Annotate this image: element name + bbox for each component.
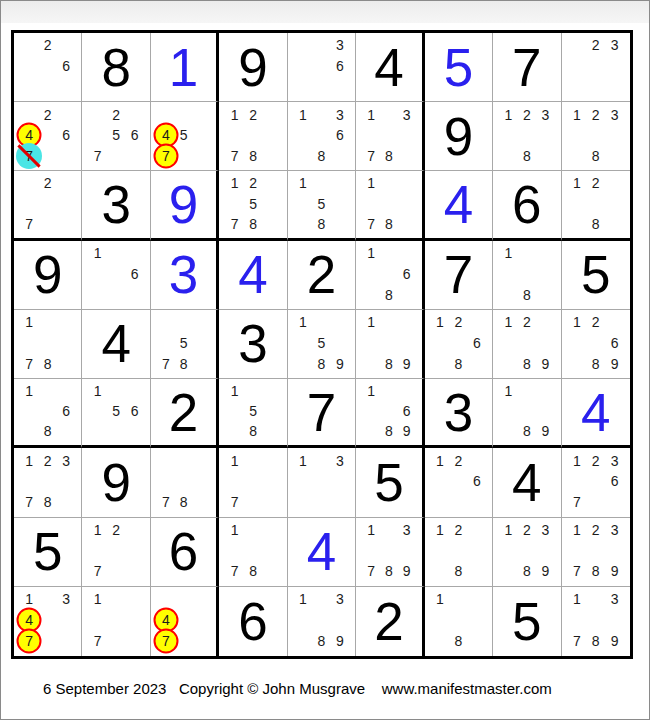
candidate-slot-empty xyxy=(294,353,312,374)
candidate-8: 8 xyxy=(586,146,605,167)
cell-r9c2[interactable]: 17 xyxy=(82,587,150,656)
cell-r4c9[interactable]: 5 xyxy=(562,241,630,310)
given-digit: 8 xyxy=(101,41,130,94)
candidate-slot-empty xyxy=(605,540,624,561)
cell-r3c3[interactable]: 9 xyxy=(151,171,219,240)
candidate-slot-empty xyxy=(568,353,587,374)
given-digit: 5 xyxy=(512,595,541,648)
candidate-slot-empty xyxy=(107,540,125,561)
solved-digit: 1 xyxy=(169,41,198,94)
candidate-slot-empty xyxy=(107,421,125,441)
candidate-2: 2 xyxy=(107,104,125,125)
candidate-8: 8 xyxy=(38,353,56,374)
candidate-slot-empty xyxy=(193,631,211,652)
pencil-marks: 1389 xyxy=(294,589,349,652)
candidate-slot-empty xyxy=(568,540,587,561)
candidate-slot-empty xyxy=(225,125,243,146)
cell-r4c5[interactable]: 2 xyxy=(288,241,356,310)
cell-r4c2[interactable]: 16 xyxy=(82,241,150,310)
cell-r2c3[interactable]: 457 xyxy=(151,102,219,171)
pencil-marks: 189 xyxy=(362,312,415,374)
cell-r8c1[interactable]: 5 xyxy=(14,518,82,587)
cell-r4c8[interactable]: 18 xyxy=(493,241,561,310)
candidate-4-highlighted: 4 xyxy=(157,610,175,631)
candidate-slot-empty xyxy=(175,631,193,652)
candidate-slot-empty xyxy=(225,540,243,561)
cell-r2c6[interactable]: 1378 xyxy=(356,102,424,171)
candidate-9: 9 xyxy=(398,353,416,374)
candidate-slot-empty xyxy=(157,450,175,471)
candidate-slot-empty xyxy=(536,284,554,305)
solved-digit: 5 xyxy=(444,41,473,94)
candidate-slot-empty xyxy=(175,104,193,125)
cell-r8c4[interactable]: 178 xyxy=(219,518,287,587)
cell-r8c7[interactable]: 128 xyxy=(425,518,493,587)
pencil-marks: 2567 xyxy=(88,104,143,166)
candidate-slot-empty xyxy=(244,492,262,513)
solved-digit: 4 xyxy=(238,248,267,301)
candidate-9: 9 xyxy=(331,353,349,374)
candidate-6: 6 xyxy=(605,333,624,354)
candidate-slot-empty xyxy=(193,146,211,167)
cell-r3c9[interactable]: 128 xyxy=(562,171,630,240)
candidate-8: 8 xyxy=(312,631,330,652)
candidate-2: 2 xyxy=(244,173,262,193)
pencil-marks: 128 xyxy=(431,520,486,582)
candidate-1: 1 xyxy=(362,243,380,264)
candidate-8: 8 xyxy=(175,353,193,374)
candidate-slot-empty xyxy=(468,520,486,541)
cell-r6c7[interactable]: 3 xyxy=(425,379,493,448)
candidate-2: 2 xyxy=(586,450,605,471)
pencil-marks: 16 xyxy=(88,243,143,305)
candidate-7: 7 xyxy=(157,492,175,513)
candidate-1: 1 xyxy=(88,381,106,401)
candidate-slot-empty xyxy=(125,589,143,610)
pencil-marks: 12389 xyxy=(499,520,554,582)
cell-r6c1[interactable]: 168 xyxy=(14,379,82,448)
given-digit: 6 xyxy=(169,525,198,578)
candidate-slot-empty xyxy=(88,284,106,305)
pencil-marks: 1289 xyxy=(499,312,554,374)
candidate-slot-empty xyxy=(380,401,398,421)
candidate-slot-empty xyxy=(331,214,349,234)
cell-r5c1[interactable]: 178 xyxy=(14,310,82,379)
cell-r5c2[interactable]: 4 xyxy=(82,310,150,379)
candidate-slot-empty xyxy=(536,381,554,401)
candidate-slot-empty xyxy=(468,561,486,582)
candidate-7: 7 xyxy=(225,561,243,582)
candidate-slot-empty xyxy=(262,401,280,421)
candidate-3: 3 xyxy=(331,589,349,610)
cell-r6c5[interactable]: 7 xyxy=(288,379,356,448)
candidate-slot-empty xyxy=(125,540,143,561)
candidate-1: 1 xyxy=(294,173,312,193)
candidate-8: 8 xyxy=(244,146,262,167)
candidate-slot-empty xyxy=(536,125,554,146)
candidate-slot-empty xyxy=(449,333,467,354)
candidate-slot-empty xyxy=(262,471,280,492)
sudoku-board: 2681936457232467256745712781368137891238… xyxy=(11,30,633,659)
pencil-marks: 178 xyxy=(362,173,415,233)
candidate-7: 7 xyxy=(20,214,38,234)
candidate-slot-empty xyxy=(193,471,211,492)
cell-r9c1[interactable]: 1347 xyxy=(14,587,82,656)
candidate-3: 3 xyxy=(605,589,624,610)
candidate-slot-empty xyxy=(175,471,193,492)
cell-r1c8[interactable]: 7 xyxy=(493,33,561,102)
cell-r2c7[interactable]: 9 xyxy=(425,102,493,171)
candidate-8: 8 xyxy=(380,353,398,374)
candidate-9: 9 xyxy=(331,631,349,652)
candidate-slot-empty xyxy=(568,214,587,234)
candidate-slot-empty xyxy=(380,194,398,214)
candidate-slot-empty xyxy=(380,520,398,541)
cell-r7c7[interactable]: 126 xyxy=(425,448,493,517)
candidate-1: 1 xyxy=(225,104,243,125)
given-digit: 5 xyxy=(374,456,403,509)
cell-r8c5[interactable]: 4 xyxy=(288,518,356,587)
candidate-7: 7 xyxy=(20,353,38,374)
candidate-8: 8 xyxy=(244,421,262,441)
pencil-marks: 17 xyxy=(225,450,280,512)
candidate-slot-empty xyxy=(244,471,262,492)
solved-digit: 9 xyxy=(169,178,198,231)
cell-r2c8[interactable]: 1238 xyxy=(493,102,561,171)
candidate-1: 1 xyxy=(225,381,243,401)
candidate-9: 9 xyxy=(605,561,624,582)
candidate-slot-empty xyxy=(449,492,467,513)
cell-r7c5[interactable]: 13 xyxy=(288,448,356,517)
candidate-slot-empty xyxy=(262,214,280,234)
cell-r4c1[interactable]: 9 xyxy=(14,241,82,310)
cell-r4c6[interactable]: 168 xyxy=(356,241,424,310)
cell-r9c5[interactable]: 1389 xyxy=(288,587,356,656)
candidate-slot-empty xyxy=(362,263,380,284)
cell-r8c3[interactable]: 6 xyxy=(151,518,219,587)
candidate-slot-empty xyxy=(331,194,349,214)
candidate-slot-empty xyxy=(568,76,587,97)
candidate-5: 5 xyxy=(244,194,262,214)
cell-r4c7[interactable]: 7 xyxy=(425,241,493,310)
cell-r2c1[interactable]: 2467 xyxy=(14,102,82,171)
candidate-slot-empty xyxy=(125,381,143,401)
candidate-slot-empty xyxy=(536,540,554,561)
candidate-1: 1 xyxy=(362,381,380,401)
candidate-slot-empty xyxy=(362,125,380,146)
candidate-1: 1 xyxy=(362,520,380,541)
cell-r7c4[interactable]: 17 xyxy=(219,448,287,517)
cell-r1c5[interactable]: 36 xyxy=(288,33,356,102)
candidate-8: 8 xyxy=(586,631,605,652)
candidate-slot-empty xyxy=(262,173,280,193)
given-digit: 6 xyxy=(512,178,541,231)
candidate-slot-empty xyxy=(57,312,75,333)
cell-r4c4[interactable]: 4 xyxy=(219,241,287,310)
given-digit: 3 xyxy=(444,386,473,439)
candidate-8: 8 xyxy=(518,353,536,374)
candidate-1: 1 xyxy=(294,589,312,610)
cell-r7c1[interactable]: 12378 xyxy=(14,448,82,517)
pencil-marks: 1278 xyxy=(225,104,280,166)
candidate-slot-empty xyxy=(468,610,486,631)
candidate-slot-empty xyxy=(294,35,312,56)
cell-r5c7[interactable]: 1268 xyxy=(425,310,493,379)
candidate-1: 1 xyxy=(431,589,449,610)
cell-r9c7[interactable]: 18 xyxy=(425,587,493,656)
candidate-slot-empty xyxy=(605,610,624,631)
candidate-slot-empty xyxy=(499,263,517,284)
cell-r6c4[interactable]: 158 xyxy=(219,379,287,448)
candidate-slot-empty xyxy=(331,146,349,167)
sudoku-page: 2681936457232467256745712781368137891238… xyxy=(0,0,650,720)
cell-r3c1[interactable]: 27 xyxy=(14,171,82,240)
candidate-1: 1 xyxy=(568,520,587,541)
candidate-slot-empty xyxy=(518,243,536,264)
candidate-slot-empty xyxy=(586,56,605,77)
candidate-slot-empty xyxy=(193,125,211,146)
candidate-1: 1 xyxy=(431,312,449,333)
cell-r7c9[interactable]: 12367 xyxy=(562,448,630,517)
candidate-slot-empty xyxy=(499,353,517,374)
candidate-slot-empty xyxy=(20,194,38,214)
candidate-slot-empty xyxy=(380,312,398,333)
candidate-slot-empty xyxy=(362,333,380,354)
candidate-slot-empty xyxy=(398,194,416,214)
candidate-5: 5 xyxy=(107,401,125,421)
candidate-slot-empty xyxy=(294,333,312,354)
cell-r8c2[interactable]: 127 xyxy=(82,518,150,587)
candidate-slot-empty xyxy=(380,173,398,193)
candidate-slot-empty xyxy=(398,173,416,193)
cell-r5c6[interactable]: 189 xyxy=(356,310,424,379)
cell-r1c3[interactable]: 1 xyxy=(151,33,219,102)
cell-r8c6[interactable]: 13789 xyxy=(356,518,424,587)
candidate-slot-empty xyxy=(225,401,243,421)
cell-r2c4[interactable]: 1278 xyxy=(219,102,287,171)
candidate-slot-empty xyxy=(312,610,330,631)
candidate-2: 2 xyxy=(586,35,605,56)
cell-r8c9[interactable]: 123789 xyxy=(562,518,630,587)
cell-r4c3[interactable]: 3 xyxy=(151,241,219,310)
candidate-6: 6 xyxy=(398,263,416,284)
candidate-1: 1 xyxy=(225,520,243,541)
candidate-1: 1 xyxy=(88,243,106,264)
candidate-slot-empty xyxy=(586,610,605,631)
candidate-slot-empty xyxy=(431,610,449,631)
cell-r3c8[interactable]: 6 xyxy=(493,171,561,240)
candidate-5: 5 xyxy=(107,125,125,146)
candidate-slot-empty xyxy=(499,421,517,441)
candidate-slot-empty xyxy=(57,76,75,97)
candidate-slot-empty xyxy=(586,194,605,214)
candidate-slot-empty xyxy=(536,146,554,167)
candidate-slot-empty xyxy=(262,146,280,167)
pencil-marks: 23 xyxy=(568,35,624,97)
pencil-marks: 1238 xyxy=(499,104,554,166)
candidate-slot-empty xyxy=(57,492,75,513)
cell-r9c6[interactable]: 2 xyxy=(356,587,424,656)
cell-r6c3[interactable]: 2 xyxy=(151,379,219,448)
given-digit: 9 xyxy=(238,41,267,94)
pencil-marks: 26 xyxy=(20,35,75,97)
candidate-slot-empty xyxy=(449,540,467,561)
candidate-slot-empty xyxy=(586,333,605,354)
footer-text: 6 September 2023 Copyright © John Musgra… xyxy=(43,680,552,697)
candidate-8: 8 xyxy=(449,631,467,652)
candidate-1: 1 xyxy=(431,450,449,471)
given-digit: 7 xyxy=(512,41,541,94)
cell-r9c9[interactable]: 13789 xyxy=(562,587,630,656)
candidate-slot-empty xyxy=(175,312,193,333)
candidate-slot-empty xyxy=(38,589,56,610)
cell-r2c2[interactable]: 2567 xyxy=(82,102,150,171)
candidate-1: 1 xyxy=(20,589,38,610)
candidate-slot-empty xyxy=(57,104,75,125)
candidate-slot-empty xyxy=(57,35,75,56)
candidate-slot-empty xyxy=(468,540,486,561)
candidate-slot-empty xyxy=(262,421,280,441)
given-digit: 7 xyxy=(307,386,336,439)
candidate-slot-empty xyxy=(398,312,416,333)
pencil-marks: 1268 xyxy=(431,312,486,374)
cell-r7c6[interactable]: 5 xyxy=(356,448,424,517)
candidate-slot-empty xyxy=(294,610,312,631)
cell-r6c6[interactable]: 1689 xyxy=(356,379,424,448)
candidate-slot-empty xyxy=(88,540,106,561)
candidate-slot-empty xyxy=(362,284,380,305)
candidate-1: 1 xyxy=(568,450,587,471)
cell-r3c4[interactable]: 12578 xyxy=(219,171,287,240)
candidate-slot-empty xyxy=(468,312,486,333)
candidate-9: 9 xyxy=(398,561,416,582)
candidate-1: 1 xyxy=(568,104,587,125)
candidate-6: 6 xyxy=(331,56,349,77)
cell-r9c8[interactable]: 5 xyxy=(493,587,561,656)
pencil-marks: 36 xyxy=(294,35,349,97)
candidate-slot-empty xyxy=(262,450,280,471)
cell-r5c3[interactable]: 578 xyxy=(151,310,219,379)
candidate-slot-empty xyxy=(107,263,125,284)
candidate-slot-empty xyxy=(20,35,38,56)
candidate-3: 3 xyxy=(57,450,75,471)
candidate-slot-empty xyxy=(38,381,56,401)
pencil-marks: 18 xyxy=(431,589,486,652)
cell-r3c6[interactable]: 178 xyxy=(356,171,424,240)
candidate-2: 2 xyxy=(38,173,56,193)
pencil-marks: 12367 xyxy=(568,450,624,512)
candidate-slot-empty xyxy=(568,146,587,167)
candidate-slot-empty xyxy=(107,243,125,264)
candidate-slot-empty xyxy=(262,492,280,513)
candidate-slot-empty xyxy=(431,333,449,354)
candidate-slot-empty xyxy=(398,284,416,305)
cell-r3c5[interactable]: 158 xyxy=(288,171,356,240)
candidate-slot-empty xyxy=(431,561,449,582)
solved-digit: 4 xyxy=(444,178,473,231)
candidate-slot-empty xyxy=(57,194,75,214)
candidate-7: 7 xyxy=(362,146,380,167)
cell-r6c9[interactable]: 4 xyxy=(562,379,630,448)
cell-r5c9[interactable]: 12689 xyxy=(562,310,630,379)
candidate-1: 1 xyxy=(568,589,587,610)
cell-r1c6[interactable]: 4 xyxy=(356,33,424,102)
cell-r3c7[interactable]: 4 xyxy=(425,171,493,240)
candidate-slot-empty xyxy=(536,401,554,421)
cell-r8c8[interactable]: 12389 xyxy=(493,518,561,587)
cell-r1c4[interactable]: 9 xyxy=(219,33,287,102)
candidate-slot-empty xyxy=(499,333,517,354)
cell-r7c8[interactable]: 4 xyxy=(493,448,561,517)
candidate-7: 7 xyxy=(568,631,587,652)
candidate-slot-empty xyxy=(586,125,605,146)
cell-r1c2[interactable]: 8 xyxy=(82,33,150,102)
given-digit: 9 xyxy=(444,110,473,163)
cell-r2c5[interactable]: 1368 xyxy=(288,102,356,171)
candidate-slot-empty xyxy=(449,471,467,492)
cell-r5c8[interactable]: 1289 xyxy=(493,310,561,379)
cell-r2c9[interactable]: 1238 xyxy=(562,102,630,171)
candidate-slot-empty xyxy=(605,492,624,513)
candidate-4-highlighted: 4 xyxy=(157,125,175,146)
candidate-slot-empty xyxy=(57,381,75,401)
cell-r6c2[interactable]: 156 xyxy=(82,379,150,448)
candidate-slot-empty xyxy=(262,520,280,541)
pencil-marks: 168 xyxy=(362,243,415,305)
pencil-marks: 1347 xyxy=(20,589,75,652)
candidate-slot-empty xyxy=(605,125,624,146)
cell-r9c3[interactable]: 47 xyxy=(151,587,219,656)
candidate-slot-empty xyxy=(38,471,56,492)
pencil-marks: 158 xyxy=(294,173,349,233)
candidate-slot-empty xyxy=(586,540,605,561)
cell-r7c2[interactable]: 9 xyxy=(82,448,150,517)
candidate-5: 5 xyxy=(312,194,330,214)
cell-r5c4[interactable]: 3 xyxy=(219,310,287,379)
candidate-slot-empty xyxy=(331,492,349,513)
cell-r5c5[interactable]: 1589 xyxy=(288,310,356,379)
candidate-slot-empty xyxy=(262,125,280,146)
candidate-slot-empty xyxy=(380,243,398,264)
cell-r7c3[interactable]: 78 xyxy=(151,448,219,517)
candidate-2: 2 xyxy=(518,104,536,125)
candidate-8: 8 xyxy=(380,284,398,305)
cell-r9c4[interactable]: 6 xyxy=(219,587,287,656)
candidate-slot-empty xyxy=(262,540,280,561)
candidate-1: 1 xyxy=(88,589,106,610)
candidate-slot-empty xyxy=(57,146,75,167)
cell-r6c8[interactable]: 189 xyxy=(493,379,561,448)
candidate-slot-empty xyxy=(157,333,175,354)
pencil-marks: 1368 xyxy=(294,104,349,166)
cell-r1c9[interactable]: 23 xyxy=(562,33,630,102)
candidate-slot-empty xyxy=(193,353,211,374)
candidate-2: 2 xyxy=(518,520,536,541)
candidate-2: 2 xyxy=(244,104,262,125)
candidate-slot-empty xyxy=(193,450,211,471)
candidate-7: 7 xyxy=(225,214,243,234)
candidate-slot-empty xyxy=(157,312,175,333)
cell-r1c7[interactable]: 5 xyxy=(425,33,493,102)
cell-r3c2[interactable]: 3 xyxy=(82,171,150,240)
candidate-6: 6 xyxy=(57,125,75,146)
cell-r1c1[interactable]: 26 xyxy=(14,33,82,102)
candidate-slot-empty xyxy=(38,214,56,234)
candidate-1: 1 xyxy=(362,173,380,193)
candidate-2: 2 xyxy=(586,520,605,541)
candidate-slot-empty xyxy=(312,125,330,146)
candidate-slot-empty xyxy=(107,631,125,652)
